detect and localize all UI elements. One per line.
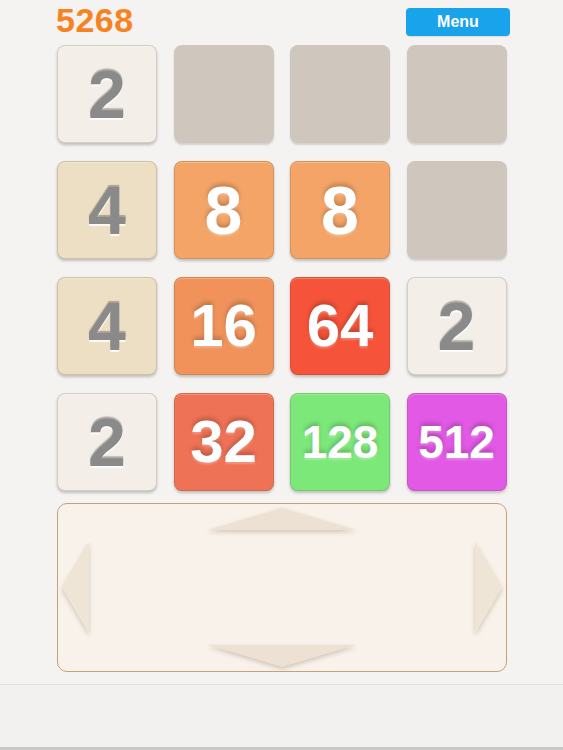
tile-512-r4c4: 512 <box>407 393 507 491</box>
tile-8-r2c2: 8 <box>174 161 274 259</box>
tile-16-r3c2: 16 <box>174 277 274 375</box>
empty-cell-r1c2 <box>174 45 274 143</box>
arrow-down-icon[interactable] <box>208 645 356 667</box>
tile-4-r3c1: 4 <box>57 277 157 375</box>
tile-2-r3c4: 2 <box>407 277 507 375</box>
swipe-pad[interactable] <box>57 503 507 672</box>
game-board[interactable]: 2488416642232128512 <box>57 45 507 491</box>
empty-cell-r1c4 <box>407 45 507 143</box>
tile-32-r4c2: 32 <box>174 393 274 491</box>
score-value: 5268 <box>56 1 134 40</box>
footer-area <box>0 685 563 747</box>
arrow-left-icon[interactable] <box>62 542 89 634</box>
arrow-up-icon[interactable] <box>208 508 356 530</box>
tile-64-r3c3: 64 <box>290 277 390 375</box>
empty-cell-r2c4 <box>407 161 507 259</box>
empty-cell-r1c3 <box>290 45 390 143</box>
tile-128-r4c3: 128 <box>290 393 390 491</box>
app-2048: 5268 Menu 2488416642232128512 <box>0 0 563 750</box>
menu-button[interactable]: Menu <box>406 8 510 36</box>
arrow-right-icon[interactable] <box>475 542 502 634</box>
tile-4-r2c1: 4 <box>57 161 157 259</box>
tile-2-r4c1: 2 <box>57 393 157 491</box>
tile-2-r1c1: 2 <box>57 45 157 143</box>
tile-8-r2c3: 8 <box>290 161 390 259</box>
